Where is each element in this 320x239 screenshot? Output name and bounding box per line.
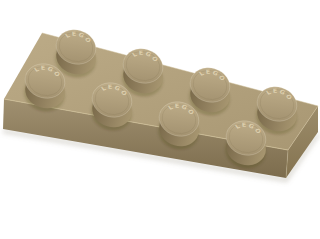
lego-plate-illustration: LEGO LEGO LEGO LEGO (0, 0, 320, 239)
product-photo: LEGO LEGO LEGO LEGO (0, 0, 320, 239)
